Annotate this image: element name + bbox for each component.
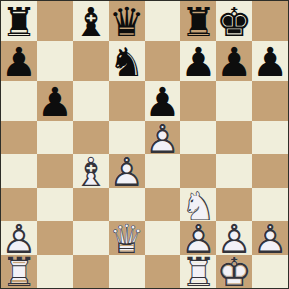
square-a7[interactable]: ♟: [1, 41, 37, 81]
square-g1[interactable]: ♚♔: [216, 255, 252, 288]
white-queen[interactable]: ♛♕: [109, 222, 145, 255]
white-piece-outline-layer: ♗: [73, 155, 109, 188]
square-a8[interactable]: ♜: [1, 1, 37, 41]
square-e1[interactable]: [145, 255, 181, 288]
square-f8[interactable]: ♜: [180, 1, 216, 41]
black-rook[interactable]: ♜: [1, 2, 37, 42]
square-d6[interactable]: [109, 81, 145, 121]
white-bishop[interactable]: ♝♗: [73, 155, 109, 188]
square-f6[interactable]: [180, 81, 216, 121]
square-c8[interactable]: ♝: [73, 1, 109, 41]
square-h6[interactable]: [252, 81, 288, 121]
square-c6[interactable]: [73, 81, 109, 121]
square-g5[interactable]: [216, 121, 252, 154]
white-rook[interactable]: ♜♖: [1, 256, 37, 289]
square-g7[interactable]: ♟: [216, 41, 252, 81]
square-d2[interactable]: ♛♕: [109, 221, 145, 254]
square-a6[interactable]: [1, 81, 37, 121]
white-piece-outline-layer: ♖: [180, 256, 216, 289]
square-d8[interactable]: ♛: [109, 1, 145, 41]
square-h8[interactable]: [252, 1, 288, 41]
square-b3[interactable]: [37, 188, 73, 221]
square-b1[interactable]: [37, 255, 73, 288]
square-b8[interactable]: [37, 1, 73, 41]
square-e3[interactable]: [145, 188, 181, 221]
square-b2[interactable]: [37, 221, 73, 254]
square-c2[interactable]: [73, 221, 109, 254]
white-rook[interactable]: ♜♖: [180, 256, 216, 289]
black-rook[interactable]: ♜: [180, 2, 216, 42]
white-pawn[interactable]: ♟♙: [109, 155, 145, 188]
square-a1[interactable]: ♜♖: [1, 255, 37, 288]
white-pawn[interactable]: ♟♙: [252, 222, 288, 255]
square-e6[interactable]: ♟: [145, 81, 181, 121]
square-c7[interactable]: [73, 41, 109, 81]
square-h4[interactable]: [252, 154, 288, 187]
white-piece-outline-layer: ♕: [109, 222, 145, 255]
white-pawn[interactable]: ♟♙: [145, 122, 181, 155]
white-piece-outline-layer: ♙: [252, 222, 288, 255]
square-e7[interactable]: [145, 41, 181, 81]
square-g6[interactable]: [216, 81, 252, 121]
square-h5[interactable]: [252, 121, 288, 154]
square-b7[interactable]: [37, 41, 73, 81]
white-king[interactable]: ♚♔: [216, 256, 252, 289]
square-a4[interactable]: [1, 154, 37, 187]
square-b4[interactable]: [37, 154, 73, 187]
black-king[interactable]: ♚: [216, 2, 252, 42]
square-c4[interactable]: ♝♗: [73, 154, 109, 187]
square-g8[interactable]: ♚: [216, 1, 252, 41]
square-c1[interactable]: [73, 255, 109, 288]
black-pawn[interactable]: ♟: [252, 42, 288, 82]
square-g4[interactable]: [216, 154, 252, 187]
square-e4[interactable]: [145, 154, 181, 187]
square-e2[interactable]: [145, 221, 181, 254]
chess-board[interactable]: ♜♝♛♜♚♟♞♟♟♟♟♟♟♙♝♗♟♙♞♘♟♙♛♕♟♙♟♙♟♙♜♖♜♖♚♔: [0, 0, 289, 289]
black-queen[interactable]: ♛: [109, 2, 145, 42]
white-piece-outline-layer: ♙: [145, 122, 181, 155]
square-f5[interactable]: [180, 121, 216, 154]
square-d1[interactable]: [109, 255, 145, 288]
black-pawn[interactable]: ♟: [1, 42, 37, 82]
square-b5[interactable]: [37, 121, 73, 154]
square-h7[interactable]: ♟: [252, 41, 288, 81]
square-f1[interactable]: ♜♖: [180, 255, 216, 288]
black-pawn[interactable]: ♟: [216, 42, 252, 82]
square-d4[interactable]: ♟♙: [109, 154, 145, 187]
black-bishop[interactable]: ♝: [73, 2, 109, 42]
square-b6[interactable]: ♟: [37, 81, 73, 121]
white-piece-outline-layer: ♖: [1, 256, 37, 289]
black-knight[interactable]: ♞: [109, 42, 145, 82]
black-pawn[interactable]: ♟: [180, 42, 216, 82]
square-c3[interactable]: [73, 188, 109, 221]
square-h1[interactable]: [252, 255, 288, 288]
square-f7[interactable]: ♟: [180, 41, 216, 81]
square-d7[interactable]: ♞: [109, 41, 145, 81]
black-pawn[interactable]: ♟: [37, 82, 73, 122]
white-piece-outline-layer: ♙: [109, 155, 145, 188]
square-h2[interactable]: ♟♙: [252, 221, 288, 254]
square-a5[interactable]: [1, 121, 37, 154]
white-piece-outline-layer: ♔: [216, 256, 252, 289]
square-e5[interactable]: ♟♙: [145, 121, 181, 154]
square-e8[interactable]: [145, 1, 181, 41]
